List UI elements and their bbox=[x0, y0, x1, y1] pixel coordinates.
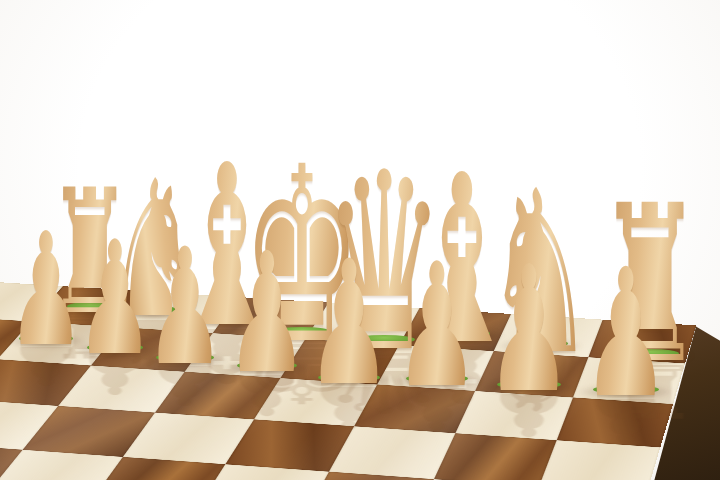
chess-set-product-photo: ♜♜♞♞♝♝♚♚♛♛♝♝♞♞♜♜♟♟♟♟♟♟♟♟♟♟♟♟♟♟♟♟ bbox=[0, 0, 720, 480]
pawn-glyph: ♟ bbox=[226, 231, 308, 397]
pawn-glyph: ♟ bbox=[307, 238, 392, 410]
pawn-glyph: ♟ bbox=[395, 240, 479, 411]
pawn-glyph: ♟ bbox=[8, 212, 85, 368]
pawn-glyph: ♟ bbox=[486, 243, 572, 417]
pawn-glyph: ♟ bbox=[76, 220, 153, 377]
pieces-layer: ♜♜♞♞♝♝♚♚♛♛♝♝♞♞♜♜♟♟♟♟♟♟♟♟♟♟♟♟♟♟♟♟ bbox=[0, 0, 720, 480]
pawn-glyph: ♟ bbox=[145, 227, 224, 388]
pawn-glyph: ♟ bbox=[582, 246, 669, 423]
